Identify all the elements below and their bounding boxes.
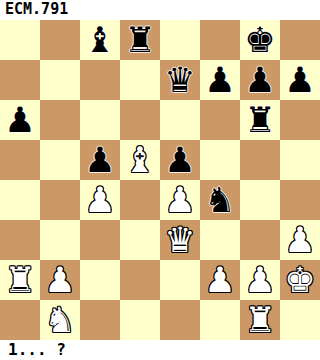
square-g2[interactable]: ♟ — [240, 260, 280, 300]
square-f8[interactable] — [200, 20, 240, 60]
piece-black-pawn[interactable]: ♟ — [84, 140, 115, 180]
square-h8[interactable] — [280, 20, 320, 60]
square-b3[interactable] — [40, 220, 80, 260]
square-e3[interactable]: ♛ — [160, 220, 200, 260]
square-h3[interactable]: ♟ — [280, 220, 320, 260]
square-e6[interactable] — [160, 100, 200, 140]
square-c8[interactable]: ♝ — [80, 20, 120, 60]
square-c5[interactable]: ♟ — [80, 140, 120, 180]
square-d2[interactable] — [120, 260, 160, 300]
square-a4[interactable] — [0, 180, 40, 220]
puzzle-id-label: ECM.791 — [0, 0, 320, 20]
square-b6[interactable] — [40, 100, 80, 140]
piece-white-pawn[interactable]: ♟ — [164, 180, 195, 220]
square-a6[interactable]: ♟ — [0, 100, 40, 140]
square-d4[interactable] — [120, 180, 160, 220]
square-f6[interactable] — [200, 100, 240, 140]
piece-black-bishop[interactable]: ♝ — [84, 20, 115, 60]
square-a2[interactable]: ♜ — [0, 260, 40, 300]
square-c2[interactable] — [80, 260, 120, 300]
piece-black-rook[interactable]: ♜ — [124, 20, 155, 60]
square-e1[interactable] — [160, 300, 200, 340]
square-d3[interactable] — [120, 220, 160, 260]
square-b8[interactable] — [40, 20, 80, 60]
piece-white-knight[interactable]: ♞ — [44, 300, 75, 340]
square-b1[interactable]: ♞ — [40, 300, 80, 340]
square-f4[interactable]: ♞ — [200, 180, 240, 220]
piece-black-pawn[interactable]: ♟ — [244, 60, 275, 100]
square-b4[interactable] — [40, 180, 80, 220]
piece-black-pawn[interactable]: ♟ — [204, 60, 235, 100]
square-a1[interactable] — [0, 300, 40, 340]
square-h4[interactable] — [280, 180, 320, 220]
square-d7[interactable] — [120, 60, 160, 100]
piece-black-pawn[interactable]: ♟ — [4, 100, 35, 140]
square-g1[interactable]: ♜ — [240, 300, 280, 340]
square-f5[interactable] — [200, 140, 240, 180]
square-e8[interactable] — [160, 20, 200, 60]
piece-white-pawn[interactable]: ♟ — [244, 260, 275, 300]
square-f2[interactable]: ♟ — [200, 260, 240, 300]
square-h5[interactable] — [280, 140, 320, 180]
piece-white-pawn[interactable]: ♟ — [44, 260, 75, 300]
square-h2[interactable]: ♚ — [280, 260, 320, 300]
square-a3[interactable] — [0, 220, 40, 260]
square-c3[interactable] — [80, 220, 120, 260]
piece-white-king[interactable]: ♚ — [284, 260, 315, 300]
square-b5[interactable] — [40, 140, 80, 180]
square-h6[interactable] — [280, 100, 320, 140]
piece-white-pawn[interactable]: ♟ — [204, 260, 235, 300]
square-h1[interactable] — [280, 300, 320, 340]
piece-black-rook[interactable]: ♜ — [244, 100, 275, 140]
square-a7[interactable] — [0, 60, 40, 100]
square-a5[interactable] — [0, 140, 40, 180]
square-f7[interactable]: ♟ — [200, 60, 240, 100]
piece-black-king[interactable]: ♚ — [244, 20, 275, 60]
square-c1[interactable] — [80, 300, 120, 340]
piece-white-queen[interactable]: ♛ — [164, 220, 195, 260]
piece-white-pawn[interactable]: ♟ — [284, 220, 315, 260]
square-c4[interactable]: ♟ — [80, 180, 120, 220]
square-c6[interactable] — [80, 100, 120, 140]
piece-black-pawn[interactable]: ♟ — [164, 140, 195, 180]
piece-black-queen[interactable]: ♛ — [164, 60, 195, 100]
piece-white-rook[interactable]: ♜ — [4, 260, 35, 300]
square-f3[interactable] — [200, 220, 240, 260]
square-d6[interactable] — [120, 100, 160, 140]
square-d5[interactable]: ♝ — [120, 140, 160, 180]
square-d8[interactable]: ♜ — [120, 20, 160, 60]
move-prompt: 1... ? — [0, 340, 320, 360]
piece-white-rook[interactable]: ♜ — [244, 300, 275, 340]
square-d1[interactable] — [120, 300, 160, 340]
square-e4[interactable]: ♟ — [160, 180, 200, 220]
square-e5[interactable]: ♟ — [160, 140, 200, 180]
square-b2[interactable]: ♟ — [40, 260, 80, 300]
square-g3[interactable] — [240, 220, 280, 260]
chess-board: ♝♜♚♛♟♟♟♟♜♟♝♟♟♟♞♛♟♜♟♟♟♚♞♜ — [0, 20, 320, 340]
square-g8[interactable]: ♚ — [240, 20, 280, 60]
chess-diagram-app: ECM.791 ♝♜♚♛♟♟♟♟♜♟♝♟♟♟♞♛♟♜♟♟♟♚♞♜ 1... ? — [0, 0, 320, 360]
square-e7[interactable]: ♛ — [160, 60, 200, 100]
square-g7[interactable]: ♟ — [240, 60, 280, 100]
square-h7[interactable]: ♟ — [280, 60, 320, 100]
piece-white-pawn[interactable]: ♟ — [84, 180, 115, 220]
piece-white-bishop[interactable]: ♝ — [124, 140, 155, 180]
square-g4[interactable] — [240, 180, 280, 220]
square-c7[interactable] — [80, 60, 120, 100]
square-g5[interactable] — [240, 140, 280, 180]
square-g6[interactable]: ♜ — [240, 100, 280, 140]
piece-black-pawn[interactable]: ♟ — [284, 60, 315, 100]
square-e2[interactable] — [160, 260, 200, 300]
square-f1[interactable] — [200, 300, 240, 340]
piece-black-knight[interactable]: ♞ — [204, 180, 235, 220]
square-b7[interactable] — [40, 60, 80, 100]
square-a8[interactable] — [0, 20, 40, 60]
